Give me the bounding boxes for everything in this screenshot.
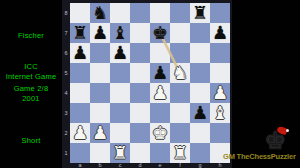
piece-black-pawn-g3[interactable]: ♟ [190,103,210,123]
piece-white-knight-f5[interactable]: ♞ [170,63,190,83]
pieces-layer: ♞♜♜♟♝♚♟♟♟♟♞♟♟♟♝♟♟♚♜♜ [70,3,230,163]
piece-black-pawn-e5[interactable]: ♟ [150,63,170,83]
watermark-text: GM TheChessPuzzler [223,152,300,161]
file-label-f: f [170,163,190,168]
file-label-a: a [70,163,90,168]
event-line-4: 2001 [0,94,62,103]
piece-white-rook-f1[interactable]: ♜ [170,143,190,163]
file-label-h: h [210,163,230,168]
piece-white-pawn-b2[interactable]: ♟ [90,123,110,143]
rank-label-4: 4 [62,83,70,103]
player-name-bottom: Short [0,136,62,145]
event-line-3: Game 2/8 [0,84,62,93]
piece-white-rook-c1[interactable]: ♜ [110,143,130,163]
rank-label-1: 1 [62,143,70,163]
piece-black-pawn-a6[interactable]: ♟ [70,43,90,63]
file-label-e: e [150,163,170,168]
piece-black-king-e7[interactable]: ♚ [150,23,170,43]
piece-black-rook-a7[interactable]: ♜ [70,23,90,43]
rank-label-8: 8 [62,3,70,23]
piece-black-pawn-c6[interactable]: ♟ [110,43,130,63]
rank-label-3: 3 [62,103,70,123]
event-line-2: Internet Game [0,72,62,81]
file-label-b: b [90,163,110,168]
event-line-1: ICC [0,62,62,71]
piece-white-king-e2[interactable]: ♚ [150,123,170,143]
piece-black-pawn-h7[interactable]: ♟ [210,23,230,43]
piece-white-pawn-h4[interactable]: ♟ [210,83,230,103]
piece-black-pawn-b7[interactable]: ♟ [90,23,110,43]
rank-label-2: 2 [62,123,70,143]
piece-white-bishop-h3[interactable]: ♝ [210,103,230,123]
piece-white-pawn-e4[interactable]: ♟ [150,83,170,103]
piece-white-pawn-a2[interactable]: ♟ [70,123,90,143]
file-label-c: c [110,163,130,168]
santa-hat-pom-icon [286,129,289,132]
piece-black-rook-g8[interactable]: ♜ [190,3,210,23]
rank-label-5: 5 [62,63,70,83]
player-name-top: Fischer [0,31,62,40]
rank-label-6: 6 [62,43,70,63]
chess-board: 87654321 ♞♜♜♟♝♚♟♟♟♟♞♟♟♟♝♟♟♚♜♜ abcdefgh [62,0,232,168]
file-label-d: d [130,163,150,168]
piece-black-knight-b8[interactable]: ♞ [90,3,110,23]
video-frame: Fischer ICC Internet Game Game 2/8 2001 … [0,0,300,168]
rank-label-7: 7 [62,23,70,43]
piece-black-bishop-c7[interactable]: ♝ [110,23,130,43]
file-label-g: g [190,163,210,168]
